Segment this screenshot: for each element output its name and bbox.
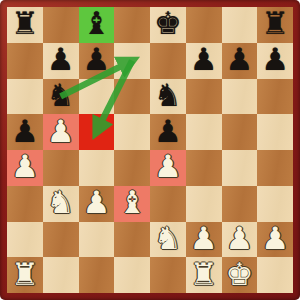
piece-white-pawn[interactable]: ♟ [190, 223, 218, 254]
square-e6[interactable]: ♞ [150, 79, 186, 115]
square-b4[interactable] [43, 150, 79, 186]
square-g2[interactable]: ♟ [222, 222, 258, 258]
square-c4[interactable] [79, 150, 115, 186]
square-d5[interactable] [114, 114, 150, 150]
chess-board: ♜♝♚♜♟♟♟♟♟♞♞♟♟♟♟♟♞♟♝♞♟♟♟♜♜♚ [7, 7, 293, 293]
piece-black-pawn[interactable]: ♟ [190, 44, 218, 75]
square-c5[interactable] [79, 114, 115, 150]
square-h6[interactable] [257, 79, 293, 115]
square-c1[interactable] [79, 257, 115, 293]
square-e2[interactable]: ♞ [150, 222, 186, 258]
piece-white-bishop[interactable]: ♝ [118, 187, 146, 218]
square-a5[interactable]: ♟ [7, 114, 43, 150]
piece-white-knight[interactable]: ♞ [47, 187, 75, 218]
square-a2[interactable] [7, 222, 43, 258]
square-d8[interactable] [114, 7, 150, 43]
square-b1[interactable] [43, 257, 79, 293]
square-h2[interactable]: ♟ [257, 222, 293, 258]
piece-white-rook[interactable]: ♜ [190, 259, 218, 290]
piece-black-pawn[interactable]: ♟ [82, 44, 110, 75]
square-f3[interactable] [186, 186, 222, 222]
square-h4[interactable] [257, 150, 293, 186]
square-g1[interactable]: ♚ [222, 257, 258, 293]
square-b2[interactable] [43, 222, 79, 258]
square-a1[interactable]: ♜ [7, 257, 43, 293]
square-e1[interactable] [150, 257, 186, 293]
square-c6[interactable] [79, 79, 115, 115]
square-h8[interactable]: ♜ [257, 7, 293, 43]
square-c2[interactable] [79, 222, 115, 258]
piece-black-pawn[interactable]: ♟ [261, 44, 289, 75]
chess-app-window: ♜♝♚♜♟♟♟♟♟♞♞♟♟♟♟♟♞♟♝♞♟♟♟♜♜♚ [0, 0, 300, 300]
square-g5[interactable] [222, 114, 258, 150]
square-d1[interactable] [114, 257, 150, 293]
piece-black-knight[interactable]: ♞ [47, 80, 75, 111]
piece-white-pawn[interactable]: ♟ [11, 151, 39, 182]
square-f4[interactable] [186, 150, 222, 186]
piece-black-knight[interactable]: ♞ [154, 80, 182, 111]
square-b3[interactable]: ♞ [43, 186, 79, 222]
square-g7[interactable]: ♟ [222, 43, 258, 79]
square-f6[interactable] [186, 79, 222, 115]
square-d3[interactable]: ♝ [114, 186, 150, 222]
square-h7[interactable]: ♟ [257, 43, 293, 79]
piece-white-pawn[interactable]: ♟ [47, 116, 75, 147]
square-e3[interactable] [150, 186, 186, 222]
square-h3[interactable] [257, 186, 293, 222]
square-f7[interactable]: ♟ [186, 43, 222, 79]
square-g6[interactable] [222, 79, 258, 115]
square-f5[interactable] [186, 114, 222, 150]
square-d6[interactable] [114, 79, 150, 115]
square-b6[interactable]: ♞ [43, 79, 79, 115]
square-a3[interactable] [7, 186, 43, 222]
square-d7[interactable] [114, 43, 150, 79]
square-e4[interactable]: ♟ [150, 150, 186, 186]
square-a6[interactable] [7, 79, 43, 115]
square-a7[interactable] [7, 43, 43, 79]
piece-white-pawn[interactable]: ♟ [154, 151, 182, 182]
piece-black-pawn[interactable]: ♟ [47, 44, 75, 75]
square-g8[interactable] [222, 7, 258, 43]
square-b8[interactable] [43, 7, 79, 43]
piece-black-bishop[interactable]: ♝ [82, 8, 110, 39]
square-d2[interactable] [114, 222, 150, 258]
square-h5[interactable] [257, 114, 293, 150]
square-c7[interactable]: ♟ [79, 43, 115, 79]
square-e8[interactable]: ♚ [150, 7, 186, 43]
piece-black-rook[interactable]: ♜ [261, 8, 289, 39]
square-c8[interactable]: ♝ [79, 7, 115, 43]
piece-white-knight[interactable]: ♞ [154, 223, 182, 254]
square-f2[interactable]: ♟ [186, 222, 222, 258]
piece-white-pawn[interactable]: ♟ [225, 223, 253, 254]
piece-white-pawn[interactable]: ♟ [82, 187, 110, 218]
piece-black-pawn[interactable]: ♟ [11, 116, 39, 147]
piece-black-pawn[interactable]: ♟ [225, 44, 253, 75]
square-e5[interactable]: ♟ [150, 114, 186, 150]
square-a4[interactable]: ♟ [7, 150, 43, 186]
square-f8[interactable] [186, 7, 222, 43]
square-f1[interactable]: ♜ [186, 257, 222, 293]
square-h1[interactable] [257, 257, 293, 293]
piece-white-pawn[interactable]: ♟ [261, 223, 289, 254]
square-a8[interactable]: ♜ [7, 7, 43, 43]
piece-black-king[interactable]: ♚ [154, 8, 182, 39]
square-b7[interactable]: ♟ [43, 43, 79, 79]
square-g3[interactable] [222, 186, 258, 222]
piece-white-rook[interactable]: ♜ [11, 259, 39, 290]
piece-black-rook[interactable]: ♜ [11, 8, 39, 39]
piece-black-pawn[interactable]: ♟ [154, 116, 182, 147]
square-d4[interactable] [114, 150, 150, 186]
square-g4[interactable] [222, 150, 258, 186]
square-c3[interactable]: ♟ [79, 186, 115, 222]
piece-white-king[interactable]: ♚ [225, 259, 253, 290]
square-e7[interactable] [150, 43, 186, 79]
square-b5[interactable]: ♟ [43, 114, 79, 150]
